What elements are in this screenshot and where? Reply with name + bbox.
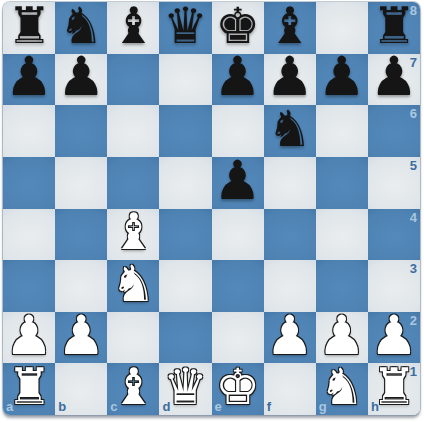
square-c1[interactable]: ♝c	[107, 363, 159, 415]
file-label-f: f	[267, 400, 271, 413]
square-h8[interactable]: ♜8	[368, 2, 420, 54]
rank-label-6: 6	[410, 107, 417, 120]
piece-black-queen[interactable]: ♛	[163, 2, 208, 51]
piece-white-knight[interactable]: ♞	[319, 363, 364, 412]
piece-white-knight[interactable]: ♞	[111, 260, 156, 309]
square-h3[interactable]: 3	[368, 260, 420, 312]
piece-black-king[interactable]: ♚	[215, 2, 260, 51]
piece-white-pawn[interactable]: ♟	[265, 312, 313, 363]
square-e3[interactable]	[212, 260, 264, 312]
square-a7[interactable]: ♟	[3, 54, 55, 106]
square-b4[interactable]	[55, 209, 107, 261]
square-a8[interactable]: ♜	[3, 2, 55, 54]
piece-black-pawn[interactable]: ♟	[265, 54, 313, 105]
square-c2[interactable]	[107, 312, 159, 364]
square-c3[interactable]: ♞	[107, 260, 159, 312]
piece-black-rook[interactable]: ♜	[372, 2, 417, 51]
piece-black-bishop[interactable]: ♝	[111, 2, 156, 51]
square-h6[interactable]: 6	[368, 105, 420, 157]
square-b3[interactable]	[55, 260, 107, 312]
piece-white-bishop[interactable]: ♝	[111, 209, 156, 258]
square-g5[interactable]	[316, 157, 368, 209]
piece-white-king[interactable]: ♚	[215, 363, 260, 412]
square-f7[interactable]: ♟	[264, 54, 316, 106]
square-f4[interactable]	[264, 209, 316, 261]
square-h7[interactable]: ♟7	[368, 54, 420, 106]
square-d7[interactable]	[159, 54, 211, 106]
square-d6[interactable]	[159, 105, 211, 157]
square-e6[interactable]	[212, 105, 264, 157]
square-e8[interactable]: ♚	[212, 2, 264, 54]
square-h2[interactable]: ♟2	[368, 312, 420, 364]
square-e4[interactable]	[212, 209, 264, 261]
piece-white-queen[interactable]: ♛	[163, 363, 208, 412]
square-a2[interactable]: ♟	[3, 312, 55, 364]
square-b7[interactable]: ♟	[55, 54, 107, 106]
square-f1[interactable]: f	[264, 363, 316, 415]
chess-board: ♜♞♝♛♚♝♜8♟♟♟♟♟♟7♞6♟5♝4♞3♟♟♟♟♟2♜ab♝c♛d♚ef♞…	[3, 2, 420, 415]
square-e5[interactable]: ♟	[212, 157, 264, 209]
file-label-b: b	[58, 400, 66, 413]
square-c6[interactable]	[107, 105, 159, 157]
square-c7[interactable]	[107, 54, 159, 106]
piece-black-pawn[interactable]: ♟	[5, 54, 53, 105]
piece-white-pawn[interactable]: ♟	[57, 312, 105, 363]
piece-white-pawn[interactable]: ♟	[318, 312, 366, 363]
square-a1[interactable]: ♜a	[3, 363, 55, 415]
square-d8[interactable]: ♛	[159, 2, 211, 54]
square-f2[interactable]: ♟	[264, 312, 316, 364]
square-f8[interactable]: ♝	[264, 2, 316, 54]
square-a6[interactable]	[3, 105, 55, 157]
square-d1[interactable]: ♛d	[159, 363, 211, 415]
square-e1[interactable]: ♚e	[212, 363, 264, 415]
piece-black-pawn[interactable]: ♟	[370, 54, 418, 105]
piece-black-pawn[interactable]: ♟	[57, 54, 105, 105]
square-d3[interactable]	[159, 260, 211, 312]
piece-white-rook[interactable]: ♜	[372, 363, 417, 412]
square-b6[interactable]	[55, 105, 107, 157]
square-g8[interactable]	[316, 2, 368, 54]
square-h4[interactable]: 4	[368, 209, 420, 261]
piece-black-knight[interactable]: ♞	[267, 105, 312, 154]
square-b2[interactable]: ♟	[55, 312, 107, 364]
piece-black-pawn[interactable]: ♟	[213, 157, 261, 208]
square-g2[interactable]: ♟	[316, 312, 368, 364]
square-d4[interactable]	[159, 209, 211, 261]
page-background: ♜♞♝♛♚♝♜8♟♟♟♟♟♟7♞6♟5♝4♞3♟♟♟♟♟2♜ab♝c♛d♚ef♞…	[0, 0, 424, 423]
piece-white-bishop[interactable]: ♝	[111, 363, 156, 412]
rank-label-3: 3	[410, 262, 417, 275]
square-g6[interactable]	[316, 105, 368, 157]
square-e2[interactable]	[212, 312, 264, 364]
square-g7[interactable]: ♟	[316, 54, 368, 106]
square-f3[interactable]	[264, 260, 316, 312]
square-e7[interactable]: ♟	[212, 54, 264, 106]
square-c5[interactable]	[107, 157, 159, 209]
square-c4[interactable]: ♝	[107, 209, 159, 261]
piece-white-rook[interactable]: ♜	[7, 363, 52, 412]
square-b1[interactable]: b	[55, 363, 107, 415]
square-d2[interactable]	[159, 312, 211, 364]
rank-label-5: 5	[410, 159, 417, 172]
square-b8[interactable]: ♞	[55, 2, 107, 54]
square-h1[interactable]: ♜1h	[368, 363, 420, 415]
square-d5[interactable]	[159, 157, 211, 209]
square-g4[interactable]	[316, 209, 368, 261]
square-c8[interactable]: ♝	[107, 2, 159, 54]
rank-label-4: 4	[410, 211, 417, 224]
square-f6[interactable]: ♞	[264, 105, 316, 157]
square-a3[interactable]	[3, 260, 55, 312]
square-f5[interactable]	[264, 157, 316, 209]
square-b5[interactable]	[55, 157, 107, 209]
square-a5[interactable]	[3, 157, 55, 209]
piece-black-knight[interactable]: ♞	[59, 2, 104, 51]
piece-white-pawn[interactable]: ♟	[370, 312, 418, 363]
piece-black-pawn[interactable]: ♟	[213, 54, 261, 105]
piece-black-rook[interactable]: ♜	[7, 2, 52, 51]
square-h5[interactable]: 5	[368, 157, 420, 209]
square-g1[interactable]: ♞g	[316, 363, 368, 415]
square-g3[interactable]	[316, 260, 368, 312]
piece-black-pawn[interactable]: ♟	[318, 54, 366, 105]
square-a4[interactable]	[3, 209, 55, 261]
piece-black-bishop[interactable]: ♝	[267, 2, 312, 51]
piece-white-pawn[interactable]: ♟	[5, 312, 53, 363]
